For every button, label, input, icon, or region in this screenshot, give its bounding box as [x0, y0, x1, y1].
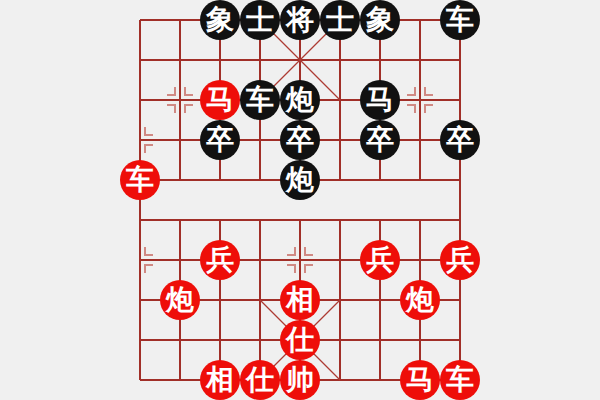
board-point-0-5[interactable] — [120, 200, 160, 240]
piece-black-advisor[interactable]: 士 — [240, 0, 280, 40]
board-grid: 象士将士象车马车炮马卒卒卒卒车炮兵兵兵炮相炮仕相仕帅马车 — [120, 0, 480, 400]
piece-red-advisor[interactable]: 仕 — [240, 360, 280, 400]
board-point-4-7[interactable]: 相 — [280, 280, 320, 320]
piece-red-horse[interactable]: 马 — [200, 80, 240, 120]
piece-black-cannon[interactable]: 炮 — [280, 80, 320, 120]
board-point-8-6[interactable]: 兵 — [440, 240, 480, 280]
piece-red-elephant[interactable]: 相 — [200, 360, 240, 400]
board-point-5-2[interactable] — [320, 80, 360, 120]
board-point-6-7[interactable] — [360, 280, 400, 320]
board-point-7-4[interactable] — [400, 160, 440, 200]
board-point-6-4[interactable] — [360, 160, 400, 200]
piece-red-chariot[interactable]: 车 — [120, 160, 160, 200]
board-point-0-0[interactable] — [120, 0, 160, 40]
board-point-5-0[interactable]: 士 — [320, 0, 360, 40]
board-point-1-8[interactable] — [160, 320, 200, 360]
board-point-4-8[interactable]: 仕 — [280, 320, 320, 360]
board-point-0-1[interactable] — [120, 40, 160, 80]
board-point-1-1[interactable] — [160, 40, 200, 80]
board-point-6-0[interactable]: 象 — [360, 0, 400, 40]
board-point-3-2[interactable]: 车 — [240, 80, 280, 120]
board-point-4-2[interactable]: 炮 — [280, 80, 320, 120]
board-point-1-4[interactable] — [160, 160, 200, 200]
board-point-0-8[interactable] — [120, 320, 160, 360]
piece-red-chariot[interactable]: 车 — [440, 360, 480, 400]
board-point-1-0[interactable] — [160, 0, 200, 40]
board-point-6-8[interactable] — [360, 320, 400, 360]
board-point-5-1[interactable] — [320, 40, 360, 80]
piece-black-chariot[interactable]: 车 — [440, 0, 480, 40]
board-point-4-0[interactable]: 将 — [280, 0, 320, 40]
board-point-2-4[interactable] — [200, 160, 240, 200]
board-point-0-2[interactable] — [120, 80, 160, 120]
board-point-6-9[interactable] — [360, 360, 400, 400]
piece-black-advisor[interactable]: 士 — [320, 0, 360, 40]
board-point-6-1[interactable] — [360, 40, 400, 80]
board-point-4-9[interactable]: 帅 — [280, 360, 320, 400]
board-point-8-7[interactable] — [440, 280, 480, 320]
board-point-0-7[interactable] — [120, 280, 160, 320]
board-point-7-6[interactable] — [400, 240, 440, 280]
board-point-8-5[interactable] — [440, 200, 480, 240]
board-point-7-3[interactable] — [400, 120, 440, 160]
board-point-2-5[interactable] — [200, 200, 240, 240]
board-point-4-4[interactable]: 炮 — [280, 160, 320, 200]
piece-black-soldier[interactable]: 卒 — [280, 120, 320, 160]
board-point-2-9[interactable]: 相 — [200, 360, 240, 400]
piece-black-soldier[interactable]: 卒 — [200, 120, 240, 160]
piece-black-horse[interactable]: 马 — [360, 80, 400, 120]
board-point-3-4[interactable] — [240, 160, 280, 200]
board-point-2-1[interactable] — [200, 40, 240, 80]
piece-black-cannon[interactable]: 炮 — [280, 160, 320, 200]
piece-black-elephant[interactable]: 象 — [200, 0, 240, 40]
board-point-1-5[interactable] — [160, 200, 200, 240]
board-point-7-5[interactable] — [400, 200, 440, 240]
board-point-5-3[interactable] — [320, 120, 360, 160]
board-point-8-1[interactable] — [440, 40, 480, 80]
board-point-7-2[interactable] — [400, 80, 440, 120]
board-point-1-7[interactable]: 炮 — [160, 280, 200, 320]
board-point-6-3[interactable]: 卒 — [360, 120, 400, 160]
board-point-2-6[interactable]: 兵 — [200, 240, 240, 280]
xiangqi-board: 象士将士象车马车炮马卒卒卒卒车炮兵兵兵炮相炮仕相仕帅马车 — [0, 0, 600, 400]
board-point-0-4[interactable]: 车 — [120, 160, 160, 200]
board-point-5-9[interactable] — [320, 360, 360, 400]
piece-red-advisor[interactable]: 仕 — [280, 320, 320, 360]
board-point-7-0[interactable] — [400, 0, 440, 40]
board-point-5-5[interactable] — [320, 200, 360, 240]
board-point-1-2[interactable] — [160, 80, 200, 120]
board-point-1-9[interactable] — [160, 360, 200, 400]
piece-red-horse[interactable]: 马 — [400, 360, 440, 400]
piece-red-cannon[interactable]: 炮 — [400, 280, 440, 320]
board-point-4-1[interactable] — [280, 40, 320, 80]
board-point-5-8[interactable] — [320, 320, 360, 360]
board-point-3-7[interactable] — [240, 280, 280, 320]
board-point-3-0[interactable]: 士 — [240, 0, 280, 40]
piece-red-cannon[interactable]: 炮 — [160, 280, 200, 320]
piece-red-soldier[interactable]: 兵 — [360, 240, 400, 280]
piece-red-soldier[interactable]: 兵 — [200, 240, 240, 280]
board-point-2-0[interactable]: 象 — [200, 0, 240, 40]
board-point-4-3[interactable]: 卒 — [280, 120, 320, 160]
board-point-3-1[interactable] — [240, 40, 280, 80]
board-point-2-7[interactable] — [200, 280, 240, 320]
board-point-4-5[interactable] — [280, 200, 320, 240]
board-point-0-9[interactable] — [120, 360, 160, 400]
board-point-3-3[interactable] — [240, 120, 280, 160]
board-point-8-8[interactable] — [440, 320, 480, 360]
board-point-3-5[interactable] — [240, 200, 280, 240]
board-point-8-2[interactable] — [440, 80, 480, 120]
board-point-3-9[interactable]: 仕 — [240, 360, 280, 400]
board-point-6-6[interactable]: 兵 — [360, 240, 400, 280]
board-point-1-6[interactable] — [160, 240, 200, 280]
board-point-3-8[interactable] — [240, 320, 280, 360]
piece-red-general[interactable]: 帅 — [280, 360, 320, 400]
board-point-8-0[interactable]: 车 — [440, 0, 480, 40]
board-point-5-7[interactable] — [320, 280, 360, 320]
board-point-8-3[interactable]: 卒 — [440, 120, 480, 160]
board-point-8-4[interactable] — [440, 160, 480, 200]
board-point-0-3[interactable] — [120, 120, 160, 160]
board-point-2-3[interactable]: 卒 — [200, 120, 240, 160]
piece-black-general[interactable]: 将 — [280, 0, 320, 40]
board-point-7-7[interactable]: 炮 — [400, 280, 440, 320]
piece-black-soldier[interactable]: 卒 — [440, 120, 480, 160]
board-point-2-8[interactable] — [200, 320, 240, 360]
piece-black-elephant[interactable]: 象 — [360, 0, 400, 40]
board-point-6-5[interactable] — [360, 200, 400, 240]
board-point-7-9[interactable]: 马 — [400, 360, 440, 400]
board-point-5-6[interactable] — [320, 240, 360, 280]
board-point-8-9[interactable]: 车 — [440, 360, 480, 400]
piece-black-soldier[interactable]: 卒 — [360, 120, 400, 160]
board-point-4-6[interactable] — [280, 240, 320, 280]
board-point-5-4[interactable] — [320, 160, 360, 200]
board-point-7-8[interactable] — [400, 320, 440, 360]
piece-red-soldier[interactable]: 兵 — [440, 240, 480, 280]
board-point-3-6[interactable] — [240, 240, 280, 280]
board-point-0-6[interactable] — [120, 240, 160, 280]
board-point-1-3[interactable] — [160, 120, 200, 160]
board-point-7-1[interactable] — [400, 40, 440, 80]
piece-black-chariot[interactable]: 车 — [240, 80, 280, 120]
piece-red-elephant[interactable]: 相 — [280, 280, 320, 320]
board-point-6-2[interactable]: 马 — [360, 80, 400, 120]
board-point-2-2[interactable]: 马 — [200, 80, 240, 120]
